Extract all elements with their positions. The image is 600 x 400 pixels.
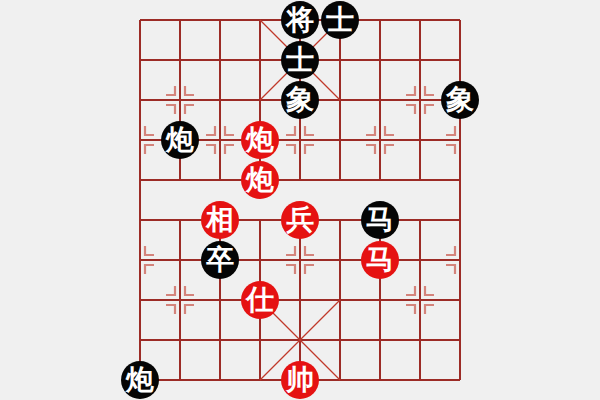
piece-black-soldier[interactable]: 卒 — [201, 241, 239, 279]
piece-red-elephant[interactable]: 相 — [201, 201, 239, 239]
piece-red-cannon-1[interactable]: 炮 — [241, 121, 279, 159]
piece-black-general[interactable]: 将 — [281, 1, 319, 39]
piece-red-cannon-2[interactable]: 炮 — [241, 161, 279, 199]
piece-black-cannon-2[interactable]: 炮 — [121, 361, 159, 399]
piece-red-horse[interactable]: 马 — [361, 241, 399, 279]
piece-black-cannon-1[interactable]: 炮 — [161, 121, 199, 159]
piece-red-soldier[interactable]: 兵 — [281, 201, 319, 239]
piece-red-advisor[interactable]: 仕 — [241, 281, 279, 319]
piece-black-advisor-2[interactable]: 士 — [281, 41, 319, 79]
piece-black-elephant-2[interactable]: 象 — [441, 81, 479, 119]
piece-black-elephant-1[interactable]: 象 — [281, 81, 319, 119]
board-grid[interactable]: 将士士象象炮炮炮相兵马卒马仕炮帅 — [120, 0, 480, 400]
piece-red-general[interactable]: 帅 — [281, 361, 319, 399]
piece-black-advisor-1[interactable]: 士 — [321, 1, 359, 39]
piece-black-horse[interactable]: 马 — [361, 201, 399, 239]
xiangqi-board[interactable]: 将士士象象炮炮炮相兵马卒马仕炮帅 — [120, 0, 480, 400]
